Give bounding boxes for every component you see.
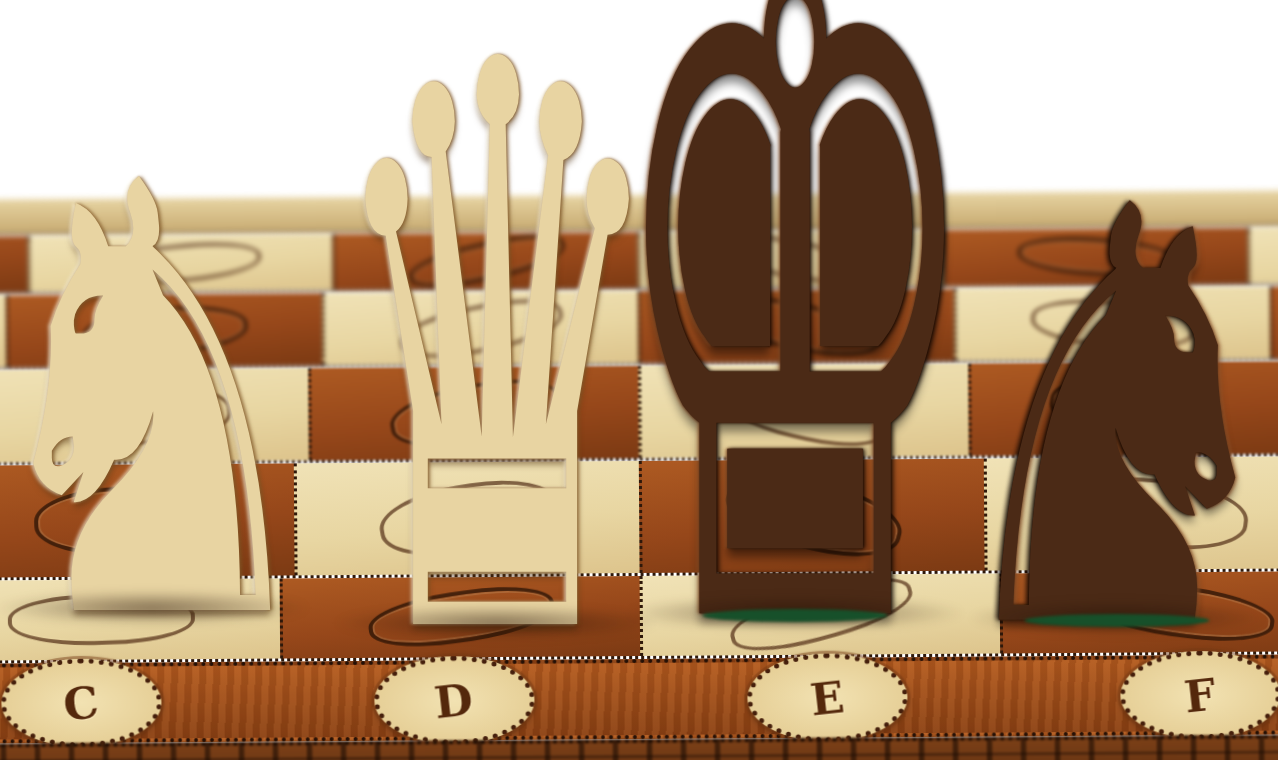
green-felt-base xyxy=(1025,614,1210,627)
pieces-layer: ♞♛♚♞ xyxy=(0,0,1278,760)
chess-photo-stage: CDEF ♞♛♚♞ xyxy=(0,0,1278,760)
piece-shadow xyxy=(332,605,662,641)
piece-shadow xyxy=(0,590,312,626)
king-glyph: ♚ xyxy=(604,0,986,760)
green-felt-base xyxy=(703,609,888,622)
